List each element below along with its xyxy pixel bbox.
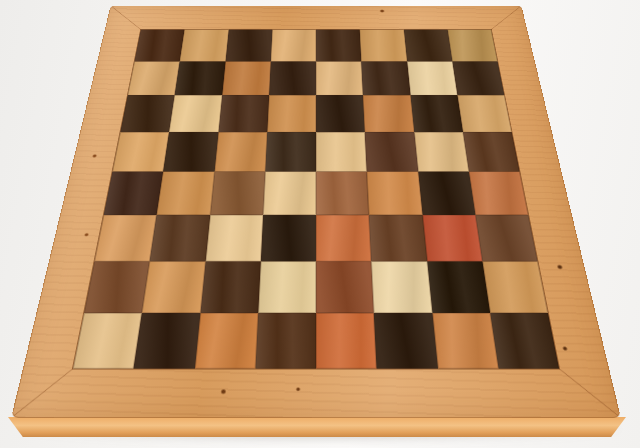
square-h6[interactable] xyxy=(457,95,511,132)
square-c7[interactable] xyxy=(222,61,271,95)
square-d1[interactable] xyxy=(255,313,316,369)
square-b6[interactable] xyxy=(169,95,222,132)
square-g8[interactable] xyxy=(404,30,453,62)
square-b8[interactable] xyxy=(180,30,229,62)
square-f2[interactable] xyxy=(371,261,432,312)
square-d4[interactable] xyxy=(263,172,316,215)
square-c6[interactable] xyxy=(218,95,269,132)
square-f8[interactable] xyxy=(360,30,407,62)
square-e5[interactable] xyxy=(316,132,367,172)
square-g3[interactable] xyxy=(422,215,482,262)
square-a6[interactable] xyxy=(120,95,174,132)
square-h4[interactable] xyxy=(469,172,529,215)
square-h3[interactable] xyxy=(475,215,537,262)
square-h8[interactable] xyxy=(447,30,497,62)
square-h2[interactable] xyxy=(482,261,548,312)
square-c8[interactable] xyxy=(225,30,272,62)
square-e7[interactable] xyxy=(316,61,363,95)
square-e3[interactable] xyxy=(316,215,371,262)
photo-background xyxy=(0,0,640,448)
square-e6[interactable] xyxy=(316,95,365,132)
square-e8[interactable] xyxy=(316,30,361,62)
square-f7[interactable] xyxy=(361,61,410,95)
square-d7[interactable] xyxy=(269,61,316,95)
square-f1[interactable] xyxy=(374,313,438,369)
square-h5[interactable] xyxy=(463,132,520,172)
square-c1[interactable] xyxy=(194,313,258,369)
square-a4[interactable] xyxy=(104,172,164,215)
square-c2[interactable] xyxy=(200,261,261,312)
square-e2[interactable] xyxy=(316,261,374,312)
chess-board xyxy=(11,6,621,418)
square-g2[interactable] xyxy=(427,261,490,312)
square-g7[interactable] xyxy=(407,61,457,95)
square-b1[interactable] xyxy=(134,313,200,369)
square-c4[interactable] xyxy=(210,172,265,215)
square-g4[interactable] xyxy=(418,172,475,215)
square-d6[interactable] xyxy=(267,95,316,132)
square-a7[interactable] xyxy=(128,61,180,95)
square-g5[interactable] xyxy=(414,132,469,172)
square-g1[interactable] xyxy=(432,313,498,369)
square-h1[interactable] xyxy=(490,313,559,369)
square-a5[interactable] xyxy=(112,132,169,172)
square-f4[interactable] xyxy=(367,172,422,215)
square-g6[interactable] xyxy=(410,95,463,132)
square-e4[interactable] xyxy=(316,172,369,215)
square-a1[interactable] xyxy=(73,313,142,369)
square-e1[interactable] xyxy=(316,313,377,369)
square-b7[interactable] xyxy=(175,61,225,95)
square-a8[interactable] xyxy=(134,30,184,62)
square-b4[interactable] xyxy=(157,172,214,215)
square-a3[interactable] xyxy=(94,215,156,262)
square-d5[interactable] xyxy=(265,132,316,172)
square-h7[interactable] xyxy=(452,61,504,95)
square-f5[interactable] xyxy=(365,132,418,172)
square-f3[interactable] xyxy=(369,215,427,262)
square-b3[interactable] xyxy=(150,215,210,262)
square-a2[interactable] xyxy=(84,261,150,312)
board-front-edge xyxy=(8,417,626,437)
square-c3[interactable] xyxy=(205,215,263,262)
square-c5[interactable] xyxy=(214,132,267,172)
board-grid xyxy=(73,30,559,369)
square-d3[interactable] xyxy=(261,215,316,262)
board-frame xyxy=(11,6,621,418)
square-d8[interactable] xyxy=(271,30,316,62)
square-b2[interactable] xyxy=(142,261,205,312)
square-d2[interactable] xyxy=(258,261,316,312)
square-f6[interactable] xyxy=(363,95,414,132)
square-b5[interactable] xyxy=(163,132,218,172)
